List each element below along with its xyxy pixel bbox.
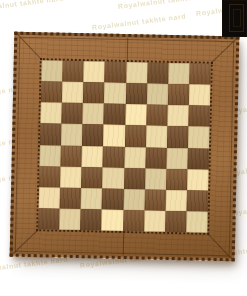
square-h1 [186,211,208,233]
square-h4 [187,148,209,170]
square-d3 [102,167,124,189]
square-d2 [102,188,124,210]
chessboard [10,32,240,262]
frame-center-seam [122,233,123,255]
square-d7 [104,83,126,105]
square-b6 [62,103,84,125]
square-b4 [61,145,83,167]
square-a7 [41,81,63,103]
board-grid [38,60,211,233]
square-g6 [167,105,189,127]
thumbnail-frame-line [233,9,241,27]
square-h7 [189,84,211,106]
square-g7 [168,84,190,106]
square-f2 [144,189,166,211]
square-e3 [124,168,146,190]
square-e6 [125,104,147,126]
watermark-text: Royalwalnut takhte nard [118,0,213,10]
square-a8 [41,60,63,82]
square-g1 [165,211,187,233]
watermark-text: Royalwalnut takhte nard [0,0,64,13]
square-e2 [123,189,145,211]
square-b2 [60,187,82,209]
watermark-text: Royalwalnut takhte nard [92,12,187,30]
square-a3 [39,166,61,188]
watermark-text: Royalwalnut takhte nard [0,255,68,273]
square-b8 [62,61,84,83]
square-g3 [166,169,188,191]
square-a4 [40,145,62,167]
square-h8 [189,63,211,85]
square-b1 [59,209,81,231]
square-h2 [187,190,209,212]
square-e5 [125,125,147,147]
square-c8 [84,61,106,83]
square-g8 [168,63,190,85]
square-e1 [123,210,145,232]
square-c6 [83,103,105,125]
square-b7 [62,82,84,104]
square-f3 [145,168,167,190]
square-g4 [166,147,188,169]
square-f5 [146,126,168,148]
square-a6 [40,102,62,124]
square-f7 [147,84,169,106]
square-g5 [167,126,189,148]
square-e7 [125,83,147,105]
square-e8 [126,62,148,84]
square-a5 [40,124,62,146]
frame-miter-seam [208,234,232,259]
square-c1 [80,209,102,231]
square-d4 [103,146,125,168]
frame-miter-seam [12,230,37,254]
square-h6 [188,106,210,128]
frame-center-seam [126,38,127,60]
square-f6 [146,105,168,127]
square-f8 [147,62,169,84]
square-f1 [144,210,166,232]
square-c7 [83,82,105,104]
square-f4 [145,147,167,169]
square-c4 [82,146,104,168]
square-b5 [61,124,83,146]
square-a1 [38,208,60,230]
square-c3 [81,167,103,189]
square-g2 [165,190,187,212]
frame-miter-seam [211,38,236,62]
square-e4 [124,147,146,169]
square-h3 [187,169,209,191]
inlay-border [36,58,213,235]
product-photo: { "game": "chess", "position": "8/8/8/8/… [0,0,247,296]
frame-miter-seam [17,34,41,59]
square-c5 [82,124,104,146]
square-d8 [105,62,127,84]
square-d1 [102,209,124,231]
square-d6 [104,104,126,126]
square-a2 [39,187,61,209]
dark-board-photo-thumbnail[interactable] [222,0,247,37]
square-h5 [188,127,210,149]
square-b3 [60,166,82,188]
square-d5 [103,125,125,147]
square-c2 [81,188,103,210]
